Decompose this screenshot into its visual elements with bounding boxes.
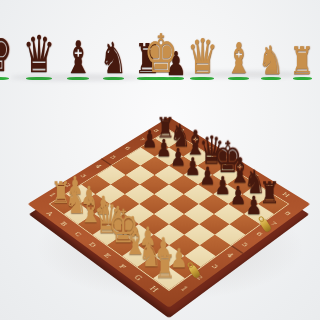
white-bishop[interactable]: ♝	[123, 224, 139, 261]
display-piece-dark-queen: ♛	[16, 29, 62, 80]
black-pawn[interactable]: ♟	[214, 173, 229, 198]
white-king[interactable]: ♚	[108, 204, 124, 250]
white-queen[interactable]: ♛	[93, 198, 109, 239]
black-pawn[interactable]: ♟	[170, 145, 185, 169]
black-pawn[interactable]: ♟	[199, 164, 214, 189]
light-row-shadow	[170, 71, 308, 78]
white-rook[interactable]: ♜	[154, 251, 171, 283]
chess-board: ♜♞♝♛♚♝♞♜♟♟♟♟♟♟♟♟♟♟♟♟♟♟♟♟♜♞♝♛♚♝♞♜ AABBCCD…	[69, 104, 269, 304]
dark-row-shadow	[10, 74, 148, 81]
dark-pieces-row: ♚♛♝♞♜♟	[2, 2, 158, 80]
product-photo: ♚♛♝♞♜♟ ♚♛♝♞♜♟ ♜♞♝♛♚♝♞♜♟♟♟♟♟♟♟♟♟♟♟♟♟♟♟♟♜♞…	[0, 0, 320, 320]
light-pieces-row: ♚♛♝♞♜♟	[162, 2, 318, 80]
black-pawn[interactable]: ♟	[142, 127, 157, 151]
dark-king-glyph: ♚	[0, 23, 13, 80]
black-pawn[interactable]: ♟	[230, 183, 246, 208]
black-rook[interactable]: ♜	[260, 178, 276, 208]
black-pawn[interactable]: ♟	[245, 193, 261, 218]
black-pawn[interactable]: ♟	[185, 154, 200, 178]
board-squares: ♜♞♝♛♚♝♞♜♟♟♟♟♟♟♟♟♟♟♟♟♟♟♟♟♜♞♝♛♚♝♞♜	[49, 129, 289, 291]
black-pawn[interactable]: ♟	[156, 136, 171, 160]
white-knight[interactable]: ♞	[139, 237, 156, 272]
dark-queen-glyph: ♛	[22, 29, 55, 80]
board-frame: ♜♞♝♛♚♝♞♜♟♟♟♟♟♟♟♟♟♟♟♟♟♟♟♟♜♞♝♛♚♝♞♜ AABBCCD…	[28, 117, 311, 308]
light-king-glyph: ♚	[144, 27, 178, 80]
display-piece-light-pawn: ♟	[315, 49, 320, 80]
